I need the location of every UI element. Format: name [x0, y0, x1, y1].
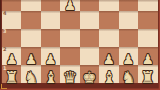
square-c1[interactable]: ♝: [41, 65, 60, 83]
square-g4[interactable]: [119, 11, 138, 29]
chess-board-screenshot: ♟432♟♟♟♟♟♟1♜♞♝♛♚♝♞♜: [0, 0, 160, 90]
piece-white-bishop-f1[interactable]: ♝: [102, 70, 116, 86]
square-a5[interactable]: [2, 0, 21, 11]
piece-white-bishop-c1[interactable]: ♝: [43, 70, 57, 86]
square-h1[interactable]: ♜: [138, 65, 157, 83]
square-b1[interactable]: ♞: [21, 65, 40, 83]
piece-white-knight-g1[interactable]: ♞: [121, 70, 135, 86]
square-a4[interactable]: 4: [2, 11, 21, 29]
square-h2[interactable]: ♟: [138, 47, 157, 65]
square-g5[interactable]: [119, 0, 138, 11]
square-g2[interactable]: ♟: [119, 47, 138, 65]
square-d5[interactable]: ♟: [60, 0, 79, 11]
square-h4[interactable]: [138, 11, 157, 29]
square-b5[interactable]: [21, 0, 40, 11]
square-c3[interactable]: [41, 29, 60, 47]
board-corner-accent: [1, 84, 7, 89]
square-a2[interactable]: 2♟: [2, 47, 21, 65]
square-e3[interactable]: [80, 29, 99, 47]
square-c5[interactable]: [41, 0, 60, 11]
square-d3[interactable]: [60, 29, 79, 47]
square-a1[interactable]: 1♜: [2, 65, 21, 83]
piece-white-queen-d1[interactable]: ♛: [63, 70, 77, 86]
piece-white-king-e1[interactable]: ♚: [82, 70, 96, 86]
piece-white-knight-b1[interactable]: ♞: [24, 70, 38, 86]
square-f4[interactable]: [99, 11, 118, 29]
square-d4[interactable]: [60, 11, 79, 29]
square-f1[interactable]: ♝: [99, 65, 118, 83]
square-h5[interactable]: [138, 0, 157, 11]
square-b3[interactable]: [21, 29, 40, 47]
square-e4[interactable]: [80, 11, 99, 29]
rank-label-3: 3: [3, 29, 6, 34]
square-e5[interactable]: [80, 0, 99, 11]
square-d2[interactable]: [60, 47, 79, 65]
square-h3[interactable]: [138, 29, 157, 47]
square-f5[interactable]: [99, 0, 118, 11]
square-c4[interactable]: [41, 11, 60, 29]
square-d1[interactable]: ♛: [60, 65, 79, 83]
square-a3[interactable]: 3: [2, 29, 21, 47]
square-c2[interactable]: ♟: [41, 47, 60, 65]
piece-white-rook-h1[interactable]: ♜: [141, 70, 155, 86]
square-g3[interactable]: [119, 29, 138, 47]
square-e1[interactable]: ♚: [80, 65, 99, 83]
square-g1[interactable]: ♞: [119, 65, 138, 83]
square-b2[interactable]: ♟: [21, 47, 40, 65]
chess-board: ♟432♟♟♟♟♟♟1♜♞♝♛♚♝♞♜: [2, 0, 158, 83]
square-f2[interactable]: ♟: [99, 47, 118, 65]
square-b4[interactable]: [21, 11, 40, 29]
square-e2[interactable]: [80, 47, 99, 65]
square-f3[interactable]: [99, 29, 118, 47]
rank-label-4: 4: [3, 11, 6, 16]
